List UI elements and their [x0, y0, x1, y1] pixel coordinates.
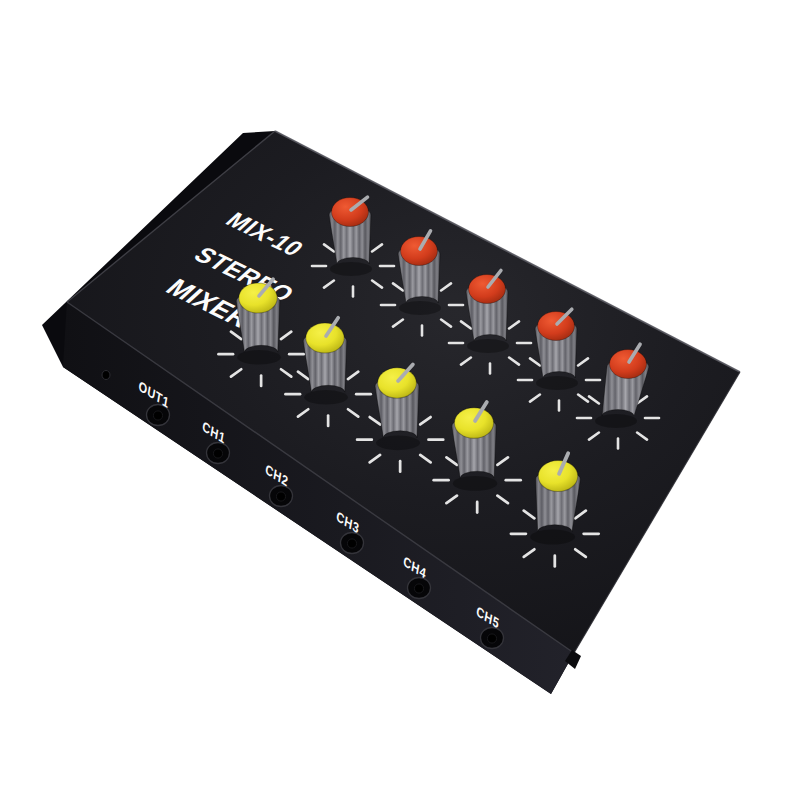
knob-cap-red [469, 275, 506, 304]
knob-cap-red [401, 237, 438, 266]
jack-socket-hole [276, 492, 285, 501]
knob-cap-yellow [538, 460, 578, 491]
jack-socket-hole [414, 584, 423, 593]
knob-cap-red [610, 350, 647, 379]
knob-shadow [399, 301, 441, 315]
knob-cap-red [538, 312, 575, 341]
jack-socket-hole [153, 411, 162, 420]
knob-cap-yellow [306, 323, 344, 353]
knob-shadow [595, 414, 637, 428]
knob-shadow [453, 476, 498, 491]
jack-socket-hole [347, 539, 356, 548]
knob-cap-yellow [239, 283, 277, 313]
knob-cap-yellow [454, 408, 493, 439]
knob-shadow [376, 436, 420, 451]
knob-shadow [237, 350, 281, 365]
front-small-hole [102, 371, 110, 380]
knob-shadow [536, 376, 578, 390]
knob-cap-yellow [378, 368, 417, 398]
jack-socket-hole [213, 449, 222, 458]
knob-shadow [530, 530, 575, 545]
knob-shadow [330, 262, 372, 276]
knob-shadow [304, 390, 348, 405]
knob-shadow [467, 339, 509, 353]
jack-socket-hole [487, 634, 496, 643]
product-photo-mixer: MIX-10 STEREO MIXER OUT1CH1CH2CH3CH4CH5 [0, 0, 800, 800]
